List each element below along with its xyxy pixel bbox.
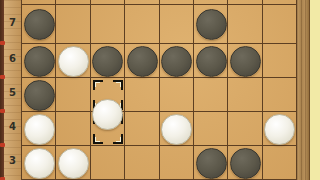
black-piece[interactable] [196, 46, 227, 77]
grid-line [21, 111, 297, 112]
grid-line [193, 0, 194, 180]
rank-label: 6 [4, 54, 21, 64]
grid-line [21, 0, 22, 180]
black-piece[interactable] [24, 46, 55, 77]
grid-line [21, 43, 297, 44]
board-frame-right-plank [297, 0, 309, 180]
rank-label: 5 [4, 88, 21, 98]
grid-line [262, 0, 263, 180]
rank-tick [0, 41, 5, 45]
rank-label: 3 [4, 156, 21, 166]
selection-cursor-corner [113, 80, 123, 90]
rank-tick [0, 143, 5, 147]
black-piece[interactable] [92, 46, 123, 77]
grid-line [124, 0, 125, 180]
wood-grain [297, 0, 309, 180]
black-piece[interactable] [230, 46, 261, 77]
rank-label: 7 [4, 18, 21, 28]
rank-tick [0, 177, 5, 180]
rank-tick [0, 75, 5, 79]
selection-cursor-corner [113, 134, 123, 144]
white-piece[interactable] [24, 114, 55, 145]
white-piece[interactable] [58, 148, 89, 179]
selection-cursor-corner [93, 80, 103, 90]
grid-line [21, 145, 297, 146]
white-piece[interactable] [58, 46, 89, 77]
selection-cursor-corner [93, 134, 103, 144]
white-piece[interactable] [264, 114, 295, 145]
grid-line [21, 4, 297, 5]
black-piece[interactable] [161, 46, 192, 77]
white-piece[interactable] [161, 114, 192, 145]
rank-tick [0, 109, 5, 113]
black-piece[interactable] [230, 148, 261, 179]
grid-line [55, 0, 56, 180]
game-screen: 76543 [0, 0, 320, 180]
grid-line [21, 179, 297, 180]
grid-line [159, 0, 160, 180]
black-piece[interactable] [196, 9, 227, 40]
black-piece[interactable] [196, 148, 227, 179]
black-piece[interactable] [24, 80, 55, 111]
grid-line [90, 0, 91, 180]
board-frame-right-edge [309, 0, 310, 180]
grid-line [227, 0, 228, 180]
white-piece[interactable] [24, 148, 55, 179]
moving-white-piece[interactable] [92, 99, 123, 130]
black-piece[interactable] [24, 9, 55, 40]
grid-line [296, 0, 297, 180]
black-piece[interactable] [127, 46, 158, 77]
grid-line [21, 77, 297, 78]
rank-label: 4 [4, 122, 21, 132]
